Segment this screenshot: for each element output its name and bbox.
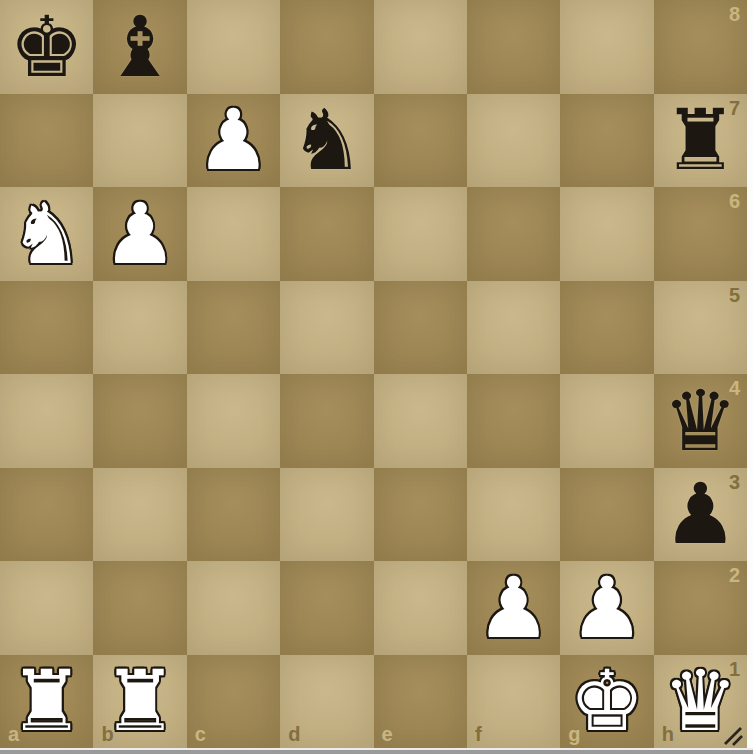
square-d6[interactable] bbox=[280, 187, 373, 281]
file-label-d: d bbox=[288, 724, 300, 744]
black-king-piece[interactable]: ♚ bbox=[0, 0, 93, 94]
square-b8[interactable]: ♝ bbox=[93, 0, 186, 94]
square-f6[interactable] bbox=[467, 187, 560, 281]
square-c8[interactable] bbox=[187, 0, 280, 94]
black-knight-piece[interactable]: ♞ bbox=[280, 94, 373, 188]
square-f7[interactable] bbox=[467, 94, 560, 188]
rank-label-5: 5 bbox=[729, 285, 740, 305]
black-pawn-piece[interactable]: ♟ bbox=[654, 468, 747, 562]
square-a3[interactable] bbox=[0, 468, 93, 562]
black-bishop-piece[interactable]: ♝ bbox=[93, 0, 186, 94]
white-rook-piece[interactable]: ♜ bbox=[0, 655, 93, 749]
square-e5[interactable] bbox=[374, 281, 467, 375]
square-e6[interactable] bbox=[374, 187, 467, 281]
board-resize-grip-icon[interactable] bbox=[721, 724, 743, 746]
square-b2[interactable] bbox=[93, 561, 186, 655]
square-a4[interactable] bbox=[0, 374, 93, 468]
square-d4[interactable] bbox=[280, 374, 373, 468]
square-d7[interactable]: ♞ bbox=[280, 94, 373, 188]
square-h6[interactable]: 6 bbox=[654, 187, 747, 281]
right-page-margin bbox=[747, 0, 753, 748]
square-e8[interactable] bbox=[374, 0, 467, 94]
square-b1[interactable]: b♜ bbox=[93, 655, 186, 749]
square-h8[interactable]: 8 bbox=[654, 0, 747, 94]
square-f4[interactable] bbox=[467, 374, 560, 468]
square-c7[interactable]: ♟ bbox=[187, 94, 280, 188]
square-f3[interactable] bbox=[467, 468, 560, 562]
square-h4[interactable]: 4♛ bbox=[654, 374, 747, 468]
square-d2[interactable] bbox=[280, 561, 373, 655]
white-rook-piece[interactable]: ♜ bbox=[93, 655, 186, 749]
file-label-f: f bbox=[475, 724, 482, 744]
file-label-c: c bbox=[195, 724, 206, 744]
square-g3[interactable] bbox=[560, 468, 653, 562]
square-b6[interactable]: ♟ bbox=[93, 187, 186, 281]
white-knight-piece[interactable]: ♞ bbox=[0, 187, 93, 281]
square-h2[interactable]: 2 bbox=[654, 561, 747, 655]
square-h7[interactable]: 7♜ bbox=[654, 94, 747, 188]
square-c4[interactable] bbox=[187, 374, 280, 468]
square-a6[interactable]: ♞ bbox=[0, 187, 93, 281]
black-rook-piece[interactable]: ♜ bbox=[654, 94, 747, 188]
square-a8[interactable]: ♚ bbox=[0, 0, 93, 94]
black-queen-piece[interactable]: ♛ bbox=[654, 374, 747, 468]
square-c6[interactable] bbox=[187, 187, 280, 281]
white-pawn-piece[interactable]: ♟ bbox=[467, 561, 560, 655]
chess-app-page: ♚♝8♟♞7♜♞♟654♛3♟♟♟2a♜b♜cdefg♚h1♛ bbox=[0, 0, 753, 754]
square-f5[interactable] bbox=[467, 281, 560, 375]
square-b4[interactable] bbox=[93, 374, 186, 468]
square-a2[interactable] bbox=[0, 561, 93, 655]
square-d8[interactable] bbox=[280, 0, 373, 94]
square-g7[interactable] bbox=[560, 94, 653, 188]
white-pawn-piece[interactable]: ♟ bbox=[187, 94, 280, 188]
square-b7[interactable] bbox=[93, 94, 186, 188]
square-h3[interactable]: 3♟ bbox=[654, 468, 747, 562]
square-b5[interactable] bbox=[93, 281, 186, 375]
square-f1[interactable]: f bbox=[467, 655, 560, 749]
square-g5[interactable] bbox=[560, 281, 653, 375]
square-e4[interactable] bbox=[374, 374, 467, 468]
square-f8[interactable] bbox=[467, 0, 560, 94]
square-d3[interactable] bbox=[280, 468, 373, 562]
square-c2[interactable] bbox=[187, 561, 280, 655]
square-a5[interactable] bbox=[0, 281, 93, 375]
square-g4[interactable] bbox=[560, 374, 653, 468]
square-g1[interactable]: g♚ bbox=[560, 655, 653, 749]
square-a1[interactable]: a♜ bbox=[0, 655, 93, 749]
square-e1[interactable]: e bbox=[374, 655, 467, 749]
square-f2[interactable]: ♟ bbox=[467, 561, 560, 655]
square-g8[interactable] bbox=[560, 0, 653, 94]
file-label-e: e bbox=[382, 724, 393, 744]
square-a7[interactable] bbox=[0, 94, 93, 188]
rank-label-2: 2 bbox=[729, 565, 740, 585]
square-g2[interactable]: ♟ bbox=[560, 561, 653, 655]
square-c3[interactable] bbox=[187, 468, 280, 562]
square-d1[interactable]: d bbox=[280, 655, 373, 749]
chess-board: ♚♝8♟♞7♜♞♟654♛3♟♟♟2a♜b♜cdefg♚h1♛ bbox=[0, 0, 747, 748]
square-e2[interactable] bbox=[374, 561, 467, 655]
square-e7[interactable] bbox=[374, 94, 467, 188]
white-pawn-piece[interactable]: ♟ bbox=[560, 561, 653, 655]
square-e3[interactable] bbox=[374, 468, 467, 562]
square-g6[interactable] bbox=[560, 187, 653, 281]
square-c5[interactable] bbox=[187, 281, 280, 375]
square-b3[interactable] bbox=[93, 468, 186, 562]
square-d5[interactable] bbox=[280, 281, 373, 375]
white-king-piece[interactable]: ♚ bbox=[560, 655, 653, 749]
rank-label-8: 8 bbox=[729, 4, 740, 24]
rank-label-6: 6 bbox=[729, 191, 740, 211]
white-pawn-piece[interactable]: ♟ bbox=[93, 187, 186, 281]
square-c1[interactable]: c bbox=[187, 655, 280, 749]
square-h5[interactable]: 5 bbox=[654, 281, 747, 375]
